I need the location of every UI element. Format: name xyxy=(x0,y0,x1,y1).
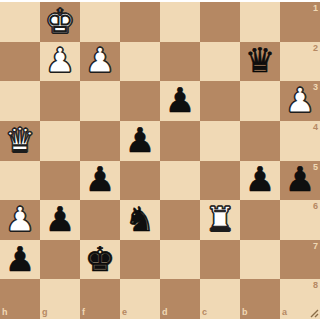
rank-label-7: 7 xyxy=(313,242,318,251)
rank-label-6: 6 xyxy=(313,202,318,211)
square-c4[interactable] xyxy=(200,121,240,161)
black-pawn[interactable]: ♟ xyxy=(5,242,35,276)
square-f3[interactable] xyxy=(80,81,120,121)
square-d4[interactable] xyxy=(160,121,200,161)
square-g4[interactable] xyxy=(40,121,80,161)
square-d2[interactable] xyxy=(160,42,200,82)
square-f4[interactable] xyxy=(80,121,120,161)
square-h1[interactable] xyxy=(0,2,40,42)
white-queen[interactable]: ♛ xyxy=(5,123,35,157)
square-e6[interactable]: ♞ xyxy=(120,200,160,240)
file-label-c: c xyxy=(202,308,207,317)
rank-label-4: 4 xyxy=(313,123,318,132)
square-h5[interactable] xyxy=(0,161,40,201)
square-a5[interactable]: ♟5 xyxy=(280,161,320,201)
square-f6[interactable] xyxy=(80,200,120,240)
square-b1[interactable] xyxy=(240,2,280,42)
white-king[interactable]: ♚ xyxy=(45,4,75,38)
white-pawn[interactable]: ♟ xyxy=(85,43,115,77)
file-label-b: b xyxy=(242,308,248,317)
square-c3[interactable] xyxy=(200,81,240,121)
square-e4[interactable]: ♟ xyxy=(120,121,160,161)
square-c1[interactable] xyxy=(200,2,240,42)
square-d7[interactable] xyxy=(160,240,200,280)
square-a7[interactable]: 7 xyxy=(280,240,320,280)
file-label-h: h xyxy=(2,308,8,317)
square-b7[interactable] xyxy=(240,240,280,280)
square-f8[interactable]: f xyxy=(80,279,120,319)
file-label-e: e xyxy=(122,308,127,317)
black-pawn[interactable]: ♟ xyxy=(45,202,75,236)
square-h3[interactable] xyxy=(0,81,40,121)
rank-label-2: 2 xyxy=(313,44,318,53)
square-d5[interactable] xyxy=(160,161,200,201)
chess-board[interactable]: ♚1♟♟♛2♟♟3♛♟4♟♟♟5♟♟♞♜6♟♚7hgfedcba8 xyxy=(0,2,320,319)
file-label-f: f xyxy=(82,308,85,317)
square-d3[interactable]: ♟ xyxy=(160,81,200,121)
square-b3[interactable] xyxy=(240,81,280,121)
square-a1[interactable]: 1 xyxy=(280,2,320,42)
square-c6[interactable]: ♜ xyxy=(200,200,240,240)
black-pawn[interactable]: ♟ xyxy=(285,162,315,196)
white-pawn[interactable]: ♟ xyxy=(285,83,315,117)
square-f1[interactable] xyxy=(80,2,120,42)
black-pawn[interactable]: ♟ xyxy=(125,123,155,157)
square-g6[interactable]: ♟ xyxy=(40,200,80,240)
square-h8[interactable]: h xyxy=(0,279,40,319)
square-c8[interactable]: c xyxy=(200,279,240,319)
square-e1[interactable] xyxy=(120,2,160,42)
square-d1[interactable] xyxy=(160,2,200,42)
square-a3[interactable]: ♟3 xyxy=(280,81,320,121)
square-f5[interactable]: ♟ xyxy=(80,161,120,201)
square-h6[interactable]: ♟ xyxy=(0,200,40,240)
resize-handle[interactable] xyxy=(307,306,319,318)
square-b6[interactable] xyxy=(240,200,280,240)
square-e5[interactable] xyxy=(120,161,160,201)
square-d6[interactable] xyxy=(160,200,200,240)
square-b8[interactable]: b xyxy=(240,279,280,319)
square-g1[interactable]: ♚ xyxy=(40,2,80,42)
white-pawn[interactable]: ♟ xyxy=(5,202,35,236)
square-e8[interactable]: e xyxy=(120,279,160,319)
square-a2[interactable]: 2 xyxy=(280,42,320,82)
square-e2[interactable] xyxy=(120,42,160,82)
black-pawn[interactable]: ♟ xyxy=(85,162,115,196)
square-c2[interactable] xyxy=(200,42,240,82)
square-a6[interactable]: 6 xyxy=(280,200,320,240)
black-knight[interactable]: ♞ xyxy=(125,202,155,236)
square-f2[interactable]: ♟ xyxy=(80,42,120,82)
square-g3[interactable] xyxy=(40,81,80,121)
square-c7[interactable] xyxy=(200,240,240,280)
square-g2[interactable]: ♟ xyxy=(40,42,80,82)
file-label-d: d xyxy=(162,308,168,317)
square-g5[interactable] xyxy=(40,161,80,201)
rank-label-1: 1 xyxy=(313,4,318,13)
square-g8[interactable]: g xyxy=(40,279,80,319)
square-c5[interactable] xyxy=(200,161,240,201)
black-queen[interactable]: ♛ xyxy=(245,43,275,77)
white-rook[interactable]: ♜ xyxy=(205,202,235,236)
rank-label-8: 8 xyxy=(313,281,318,290)
square-d8[interactable]: d xyxy=(160,279,200,319)
square-a4[interactable]: 4 xyxy=(280,121,320,161)
square-e7[interactable] xyxy=(120,240,160,280)
square-h4[interactable]: ♛ xyxy=(0,121,40,161)
square-g7[interactable] xyxy=(40,240,80,280)
black-king[interactable]: ♚ xyxy=(85,242,115,276)
chess-board-container: ♚1♟♟♛2♟♟3♛♟4♟♟♟5♟♟♞♜6♟♚7hgfedcba8 xyxy=(0,2,320,319)
square-e3[interactable] xyxy=(120,81,160,121)
black-pawn[interactable]: ♟ xyxy=(165,83,195,117)
square-b2[interactable]: ♛ xyxy=(240,42,280,82)
white-pawn[interactable]: ♟ xyxy=(45,43,75,77)
square-h2[interactable] xyxy=(0,42,40,82)
file-label-a: a xyxy=(282,308,287,317)
square-b4[interactable] xyxy=(240,121,280,161)
page: ♚1♟♟♛2♟♟3♛♟4♟♟♟5♟♟♞♜6♟♚7hgfedcba8 xyxy=(0,2,320,319)
square-h7[interactable]: ♟ xyxy=(0,240,40,280)
square-f7[interactable]: ♚ xyxy=(80,240,120,280)
file-label-g: g xyxy=(42,308,48,317)
square-b5[interactable]: ♟ xyxy=(240,161,280,201)
black-pawn[interactable]: ♟ xyxy=(245,162,275,196)
